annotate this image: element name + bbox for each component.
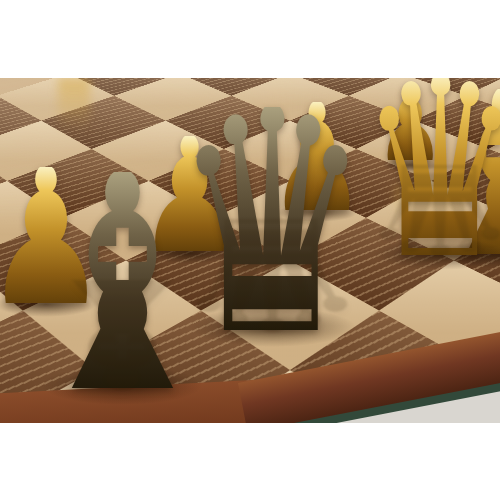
pieces-layer: ♟♟♝♟♛♛♟♛♛♝♝ bbox=[0, 78, 500, 423]
photo-margin-top bbox=[0, 0, 500, 78]
piece-pewter-bishop-reflection: ♝ bbox=[14, 276, 230, 389]
piece-pewter-bishop: ♝♝ bbox=[0, 172, 272, 397]
chess-photo: ♟♟♝♟♛♛♟♛♛♝♝ bbox=[0, 78, 500, 423]
photo-margin-bottom bbox=[0, 423, 500, 500]
screenshot-root: ♟♟♝♟♛♛♟♛♛♝♝ bbox=[0, 0, 500, 500]
